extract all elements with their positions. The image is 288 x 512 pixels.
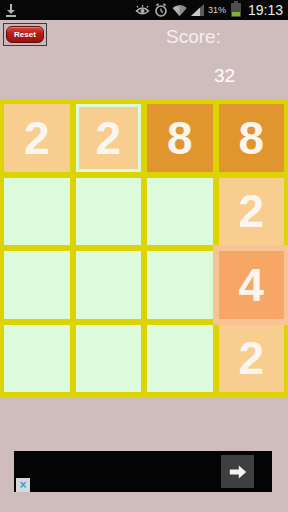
signal-icon — [191, 4, 204, 16]
battery-icon — [231, 3, 241, 17]
battery-fill — [232, 12, 240, 16]
board-cell: 2 — [4, 104, 70, 172]
board-cell — [147, 178, 213, 246]
board-cell: 2 — [219, 178, 285, 246]
phone-screen: 31% 19:13 Reset Score: 32 2 2 8 8 2 4 2 — [0, 0, 288, 512]
board-cell — [76, 178, 142, 246]
eye-icon — [135, 4, 150, 16]
board-cell: 8 — [219, 104, 285, 172]
clock-time: 19:13 — [248, 3, 283, 17]
board-cell — [147, 325, 213, 393]
download-icon — [5, 3, 17, 17]
status-bar: 31% 19:13 — [0, 0, 288, 20]
board-cell: 2 — [76, 104, 142, 172]
board-cell — [147, 251, 213, 319]
alarm-icon — [154, 3, 168, 17]
board-cell: 2 — [219, 325, 285, 393]
board-cell — [4, 251, 70, 319]
board-cell — [76, 251, 142, 319]
close-icon: × — [19, 479, 26, 491]
ad-banner[interactable]: × — [14, 451, 272, 492]
reset-button-frame: Reset — [3, 23, 47, 46]
score-label: Score: — [166, 26, 221, 48]
reset-button[interactable]: Reset — [6, 26, 44, 43]
wifi-icon — [172, 4, 187, 16]
ad-arrow-button[interactable] — [221, 455, 254, 488]
arrow-right-icon — [228, 463, 248, 481]
score-value: 32 — [214, 65, 235, 87]
status-bar-left — [5, 3, 17, 17]
board-cell — [76, 325, 142, 393]
board-cell: 4 — [219, 251, 285, 319]
board-cell — [4, 325, 70, 393]
board-cell: 8 — [147, 104, 213, 172]
battery-percent: 31% — [208, 6, 226, 15]
game-board[interactable]: 2 2 8 8 2 4 2 — [0, 99, 288, 397]
board-cell — [4, 178, 70, 246]
ad-close-button[interactable]: × — [16, 478, 30, 492]
status-bar-right: 31% 19:13 — [135, 3, 283, 17]
